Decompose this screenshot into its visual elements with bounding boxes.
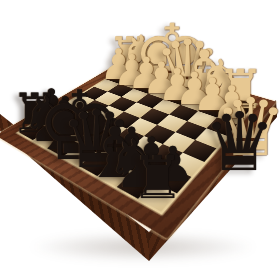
piece-black-rook-a8: ♜ (131, 149, 184, 208)
chess-set-photo: ♜♞♝♛♚♝♞♜♟♟♟♟♟♟♟♟♜♞♝♛♚♝♞♜♟♟♟♟♟♟♟♟♛♛ (0, 0, 280, 280)
spare-black-queen: ♛ (203, 102, 276, 183)
pieces-layer: ♜♞♝♛♚♝♞♜♟♟♟♟♟♟♟♟♜♞♝♛♚♝♞♜♟♟♟♟♟♟♟♟♛♛ (0, 0, 280, 280)
